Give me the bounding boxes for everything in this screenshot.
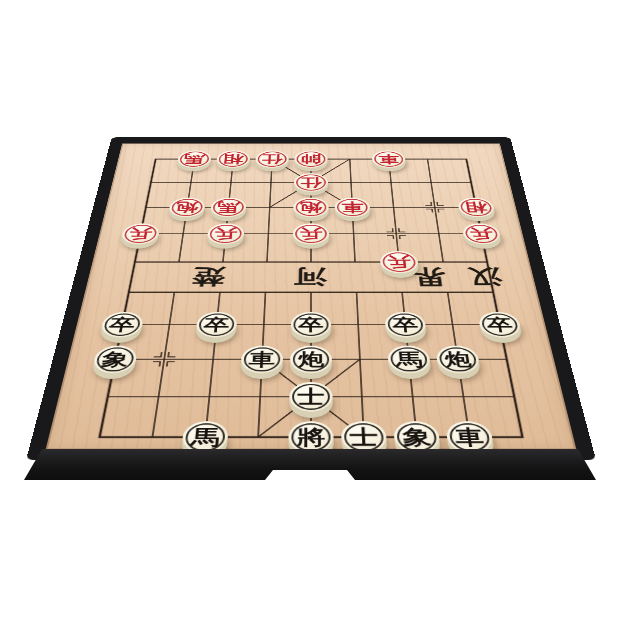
piece-character: 卒	[195, 312, 238, 338]
piece-black-chariot[interactable]: 車	[240, 346, 283, 374]
product-photo-scene: 楚 河 界 汉 馬相仕帥車仕炮馬炮車相兵兵兵兵兵卒卒卒卒卒象車炮馬炮士馬將士象車	[0, 0, 620, 620]
piece-character: 馬	[181, 421, 229, 453]
piece-black-cannon[interactable]: 炮	[290, 346, 332, 374]
piece-character: 卒	[291, 312, 332, 338]
piece-character: 帥	[294, 150, 327, 167]
piece-character: 相	[457, 198, 496, 218]
piece-red-soldier[interactable]: 兵	[379, 251, 419, 273]
piece-character: 馬	[387, 346, 431, 374]
piece-character: 仕	[255, 150, 289, 167]
piece-black-cannon[interactable]: 炮	[435, 346, 481, 374]
piece-black-soldier[interactable]: 卒	[477, 312, 522, 338]
piece-character: 卒	[477, 312, 522, 338]
piece-red-horse[interactable]: 馬	[210, 198, 247, 218]
piece-black-advisor[interactable]: 士	[341, 421, 388, 453]
piece-red-elephant[interactable]: 相	[216, 150, 251, 167]
piece-character: 士	[341, 421, 388, 453]
board-surface: 楚 河 界 汉 馬相仕帥車仕炮馬炮車相兵兵兵兵兵卒卒卒卒卒象車炮馬炮士馬將士象車	[46, 143, 577, 449]
piece-red-soldier[interactable]: 兵	[206, 223, 244, 244]
piece-red-horse[interactable]: 馬	[176, 150, 212, 167]
piece-character: 兵	[293, 223, 330, 244]
board-grid: 馬相仕帥車仕炮馬炮車相兵兵兵兵兵卒卒卒卒卒象車炮馬炮士馬將士象車	[68, 148, 553, 459]
piece-black-soldier[interactable]: 卒	[384, 312, 427, 338]
piece-red-advisor[interactable]: 仕	[255, 150, 289, 167]
piece-character: 卒	[384, 312, 427, 338]
piece-black-elephant[interactable]: 象	[91, 346, 138, 374]
piece-character: 將	[288, 421, 334, 453]
piece-red-chariot[interactable]: 車	[371, 150, 406, 167]
piece-black-general[interactable]: 將	[288, 421, 334, 453]
piece-red-general[interactable]: 帥	[294, 150, 327, 167]
piece-red-soldier[interactable]: 兵	[293, 223, 330, 244]
piece-character: 象	[91, 346, 138, 374]
piece-character: 馬	[210, 198, 247, 218]
piece-character: 車	[334, 198, 370, 218]
piece-character: 相	[216, 150, 251, 167]
piece-character: 仕	[294, 173, 328, 191]
piece-black-horse[interactable]: 馬	[181, 421, 229, 453]
piece-character: 炮	[290, 346, 332, 374]
piece-red-soldier[interactable]: 兵	[461, 223, 502, 244]
piece-red-cannon[interactable]: 炮	[168, 198, 206, 218]
piece-black-elephant[interactable]: 象	[393, 421, 441, 453]
piece-black-horse[interactable]: 馬	[387, 346, 431, 374]
piece-black-chariot[interactable]: 車	[445, 421, 495, 453]
board-frame-front-notch	[24, 449, 596, 480]
piece-character: 卒	[99, 312, 144, 338]
piece-character: 炮	[168, 198, 206, 218]
piece-character: 車	[445, 421, 495, 453]
piece-character: 兵	[120, 223, 161, 244]
xiangqi-board-frame: 楚 河 界 汉 馬相仕帥車仕炮馬炮車相兵兵兵兵兵卒卒卒卒卒象車炮馬炮士馬將士象車	[26, 137, 596, 460]
piece-red-chariot[interactable]: 車	[334, 198, 370, 218]
piece-character: 兵	[461, 223, 502, 244]
piece-red-advisor[interactable]: 仕	[294, 173, 328, 191]
piece-red-cannon[interactable]: 炮	[293, 198, 329, 218]
piece-character: 象	[393, 421, 441, 453]
piece-black-soldier[interactable]: 卒	[195, 312, 238, 338]
piece-red-soldier[interactable]: 兵	[120, 223, 161, 244]
piece-character: 車	[371, 150, 406, 167]
piece-black-advisor[interactable]: 士	[289, 382, 333, 412]
piece-character: 炮	[293, 198, 329, 218]
piece-character: 車	[240, 346, 283, 374]
piece-character: 士	[289, 382, 333, 412]
piece-black-soldier[interactable]: 卒	[99, 312, 144, 338]
piece-character: 兵	[206, 223, 244, 244]
piece-black-soldier[interactable]: 卒	[291, 312, 332, 338]
piece-character: 炮	[435, 346, 481, 374]
piece-character: 兵	[379, 251, 419, 273]
piece-character: 馬	[176, 150, 212, 167]
piece-red-elephant[interactable]: 相	[457, 198, 496, 218]
